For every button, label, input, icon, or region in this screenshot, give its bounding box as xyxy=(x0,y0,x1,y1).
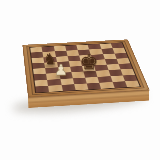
square-a1[interactable] xyxy=(35,86,49,93)
square-f1[interactable] xyxy=(99,82,114,89)
square-h1[interactable] xyxy=(125,80,140,87)
square-f2[interactable] xyxy=(98,76,112,83)
square-h3[interactable] xyxy=(120,69,135,75)
square-c2[interactable] xyxy=(60,78,74,85)
square-g2[interactable] xyxy=(110,75,125,82)
square-e2[interactable] xyxy=(85,77,99,84)
square-a3[interactable] xyxy=(34,74,47,81)
square-a2[interactable] xyxy=(35,80,49,87)
square-g3[interactable] xyxy=(108,70,122,76)
chess-set-photo: ♞♟♚ xyxy=(0,0,160,160)
square-h4[interactable] xyxy=(118,63,132,69)
square-h2[interactable] xyxy=(122,75,137,82)
piece-white-pawn-c3[interactable]: ♟ xyxy=(54,63,67,78)
square-c1[interactable] xyxy=(61,84,75,91)
square-g1[interactable] xyxy=(112,81,127,88)
square-a4[interactable] xyxy=(33,68,46,74)
square-d2[interactable] xyxy=(73,77,87,84)
square-d1[interactable] xyxy=(74,83,88,90)
square-b1[interactable] xyxy=(48,85,62,92)
square-b2[interactable] xyxy=(47,79,61,86)
square-e1[interactable] xyxy=(87,83,102,90)
piece-black-king-e4[interactable]: ♚ xyxy=(80,52,99,73)
